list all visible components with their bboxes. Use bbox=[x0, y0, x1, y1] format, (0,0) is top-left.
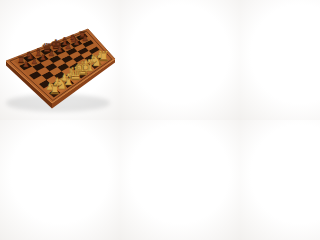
chess-board: ♜♟♞♟♝♚♟♛♟♝♟♟♞♟♜♟♜♟♞♟♟♝♟♚♟♛♟♝♟♞♟♜ bbox=[0, 0, 120, 120]
piece-dark-pawn-a7: ♟ bbox=[22, 60, 29, 69]
piece-dark-pawn-b7: ♟ bbox=[31, 57, 38, 66]
piece-dark-pawn-h7: ♟ bbox=[82, 34, 89, 43]
piece-white-rook-a1: ♜ bbox=[49, 81, 61, 97]
chess-set-photo: ♜♟♞♟♝♚♟♛♟♝♟♟♞♟♜♟♜♟♞♟♟♝♟♚♟♛♟♝♟♞♟♜ bbox=[0, 0, 120, 120]
piece-dark-pawn-e7: ♟ bbox=[56, 45, 63, 54]
piece-dark-pawn-d7: ♟ bbox=[48, 49, 55, 58]
piece-dark-pawn-c7: ♟ bbox=[39, 53, 46, 62]
piece-dark-pawn-g7: ♟ bbox=[73, 38, 80, 47]
piece-dark-pawn-f7: ♟ bbox=[65, 42, 72, 51]
